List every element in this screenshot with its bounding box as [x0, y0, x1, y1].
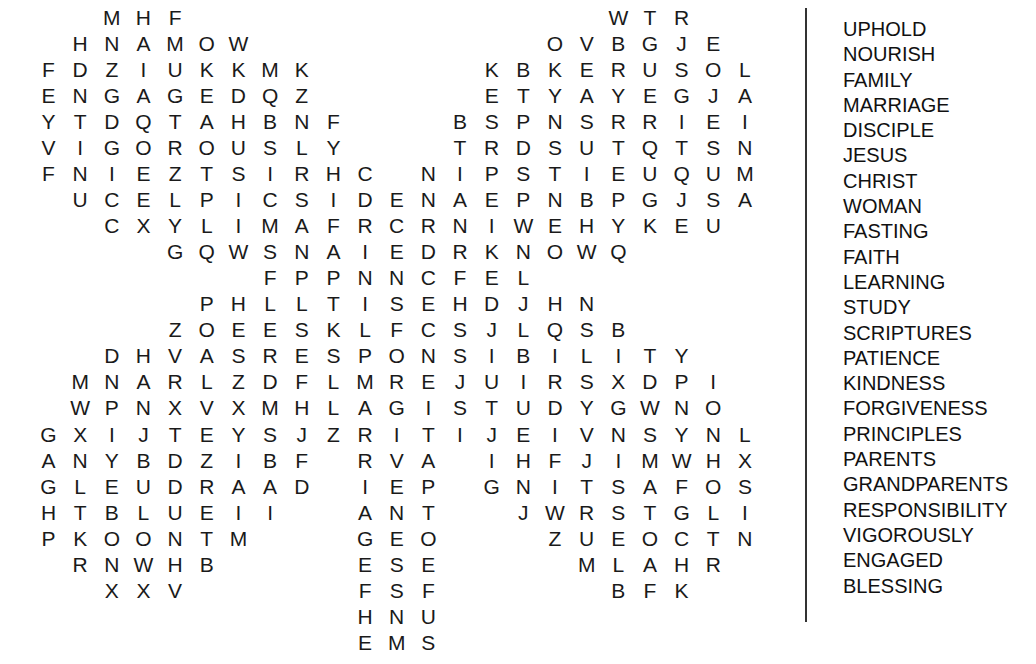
grid-cell[interactable]: D	[476, 291, 508, 317]
grid-cell[interactable]: S	[381, 552, 413, 578]
grid-cell[interactable]: E	[508, 422, 540, 448]
grid-cell[interactable]: A	[191, 109, 223, 135]
grid-cell[interactable]: I	[349, 239, 381, 265]
grid-cell[interactable]: T	[191, 161, 223, 187]
grid-cell[interactable]: F	[286, 448, 318, 474]
grid-cell[interactable]: E	[666, 213, 698, 239]
grid-cell[interactable]: R	[286, 161, 318, 187]
grid-cell[interactable]: V	[191, 395, 223, 421]
grid-cell[interactable]: T	[159, 109, 191, 135]
grid-cell[interactable]: U	[413, 604, 445, 630]
grid-cell[interactable]: S	[444, 395, 476, 421]
grid-cell[interactable]: I	[96, 161, 128, 187]
grid-cell[interactable]: W	[508, 213, 540, 239]
grid-cell[interactable]: T	[508, 83, 540, 109]
grid-cell[interactable]: S	[476, 109, 508, 135]
grid-cell[interactable]: I	[413, 395, 445, 421]
grid-cell[interactable]: T	[64, 500, 96, 526]
grid-cell[interactable]: D	[159, 448, 191, 474]
grid-cell[interactable]: Y	[666, 422, 698, 448]
grid-cell[interactable]: B	[254, 109, 286, 135]
grid-cell[interactable]: S	[571, 369, 603, 395]
grid-cell[interactable]: A	[128, 31, 160, 57]
grid-cell[interactable]: V	[381, 448, 413, 474]
grid-cell[interactable]: R	[64, 552, 96, 578]
grid-cell[interactable]: M	[254, 395, 286, 421]
grid-cell[interactable]: C	[96, 213, 128, 239]
grid-cell[interactable]: R	[697, 552, 729, 578]
grid-cell[interactable]: S	[602, 474, 634, 500]
grid-cell[interactable]: A	[571, 83, 603, 109]
grid-cell[interactable]: S	[381, 291, 413, 317]
grid-cell[interactable]: R	[349, 213, 381, 239]
grid-cell[interactable]: J	[571, 448, 603, 474]
grid-cell[interactable]: S	[286, 187, 318, 213]
grid-cell[interactable]: X	[128, 578, 160, 604]
grid-cell[interactable]: E	[476, 187, 508, 213]
grid-cell[interactable]: L	[729, 422, 761, 448]
grid-cell[interactable]: F	[349, 578, 381, 604]
grid-cell[interactable]: T	[634, 343, 666, 369]
grid-cell[interactable]: U	[571, 135, 603, 161]
grid-cell[interactable]: Z	[223, 369, 255, 395]
grid-cell[interactable]: F	[33, 161, 65, 187]
grid-cell[interactable]: H	[318, 161, 350, 187]
grid-cell[interactable]: W	[539, 500, 571, 526]
grid-cell[interactable]: I	[96, 422, 128, 448]
grid-cell[interactable]: A	[286, 213, 318, 239]
grid-cell[interactable]: I	[539, 422, 571, 448]
grid-cell[interactable]: N	[413, 161, 445, 187]
grid-cell[interactable]: Y	[33, 109, 65, 135]
grid-cell[interactable]: S	[254, 422, 286, 448]
grid-cell[interactable]: S	[539, 135, 571, 161]
grid-cell[interactable]: U	[508, 395, 540, 421]
grid-cell[interactable]: A	[318, 239, 350, 265]
grid-cell[interactable]: U	[697, 213, 729, 239]
grid-cell[interactable]: I	[539, 474, 571, 500]
grid-cell[interactable]: S	[254, 135, 286, 161]
grid-cell[interactable]: Y	[539, 83, 571, 109]
grid-cell[interactable]: E	[697, 31, 729, 57]
grid-cell[interactable]: J	[476, 317, 508, 343]
grid-cell[interactable]: E	[349, 630, 381, 656]
grid-cell[interactable]: V	[159, 578, 191, 604]
grid-cell[interactable]: R	[476, 135, 508, 161]
grid-cell[interactable]: K	[64, 526, 96, 552]
grid-cell[interactable]: J	[128, 422, 160, 448]
grid-cell[interactable]: A	[729, 187, 761, 213]
grid-cell[interactable]: D	[349, 187, 381, 213]
grid-cell[interactable]: J	[697, 83, 729, 109]
grid-cell[interactable]: J	[476, 422, 508, 448]
grid-cell[interactable]: N	[413, 343, 445, 369]
grid-cell[interactable]: D	[223, 83, 255, 109]
grid-cell[interactable]: I	[349, 474, 381, 500]
grid-cell[interactable]: C	[666, 526, 698, 552]
grid-cell[interactable]: K	[286, 57, 318, 83]
grid-cell[interactable]: B	[571, 187, 603, 213]
grid-cell[interactable]: Z	[539, 526, 571, 552]
grid-cell[interactable]: Q	[254, 83, 286, 109]
grid-cell[interactable]: E	[571, 57, 603, 83]
grid-cell[interactable]: H	[444, 291, 476, 317]
grid-cell[interactable]: I	[476, 448, 508, 474]
grid-cell[interactable]: E	[381, 239, 413, 265]
grid-cell[interactable]: Z	[318, 422, 350, 448]
grid-cell[interactable]: S	[697, 135, 729, 161]
grid-cell[interactable]: L	[697, 500, 729, 526]
grid-cell[interactable]: G	[381, 395, 413, 421]
grid-cell[interactable]: G	[476, 474, 508, 500]
grid-cell[interactable]: R	[444, 239, 476, 265]
grid-cell[interactable]: E	[381, 474, 413, 500]
grid-cell[interactable]: F	[634, 578, 666, 604]
grid-cell[interactable]: D	[64, 57, 96, 83]
grid-cell[interactable]: W	[571, 239, 603, 265]
grid-cell[interactable]: D	[254, 369, 286, 395]
grid-cell[interactable]: U	[128, 474, 160, 500]
grid-cell[interactable]: I	[223, 213, 255, 239]
grid-cell[interactable]: K	[476, 239, 508, 265]
grid-cell[interactable]: X	[729, 448, 761, 474]
grid-cell[interactable]: M	[64, 369, 96, 395]
grid-cell[interactable]: Z	[159, 317, 191, 343]
grid-cell[interactable]: N	[159, 526, 191, 552]
grid-cell[interactable]: L	[602, 552, 634, 578]
grid-cell[interactable]: M	[381, 630, 413, 656]
grid-cell[interactable]: J	[508, 500, 540, 526]
grid-cell[interactable]: T	[571, 474, 603, 500]
grid-cell[interactable]: L	[571, 343, 603, 369]
grid-cell[interactable]: G	[33, 474, 65, 500]
grid-cell[interactable]: S	[223, 343, 255, 369]
grid-cell[interactable]: S	[634, 422, 666, 448]
grid-cell[interactable]: G	[666, 83, 698, 109]
grid-cell[interactable]: G	[634, 187, 666, 213]
grid-cell[interactable]: O	[191, 31, 223, 57]
grid-cell[interactable]: E	[349, 552, 381, 578]
grid-cell[interactable]: E	[602, 161, 634, 187]
grid-cell[interactable]: G	[33, 422, 65, 448]
grid-cell[interactable]: N	[381, 500, 413, 526]
grid-cell[interactable]: D	[286, 474, 318, 500]
grid-cell[interactable]: L	[508, 265, 540, 291]
grid-cell[interactable]: N	[286, 109, 318, 135]
grid-cell[interactable]: H	[128, 5, 160, 31]
grid-cell[interactable]: T	[64, 109, 96, 135]
grid-cell[interactable]: N	[286, 239, 318, 265]
grid-cell[interactable]: A	[349, 500, 381, 526]
grid-cell[interactable]: Z	[96, 57, 128, 83]
grid-cell[interactable]: R	[539, 369, 571, 395]
grid-cell[interactable]: C	[413, 265, 445, 291]
grid-cell[interactable]: Z	[159, 161, 191, 187]
grid-cell[interactable]: O	[697, 395, 729, 421]
grid-cell[interactable]: W	[223, 239, 255, 265]
grid-cell[interactable]: J	[666, 187, 698, 213]
grid-cell[interactable]: P	[191, 291, 223, 317]
grid-cell[interactable]: V	[159, 343, 191, 369]
grid-cell[interactable]: X	[96, 578, 128, 604]
grid-cell[interactable]: N	[729, 135, 761, 161]
grid-cell[interactable]: B	[602, 578, 634, 604]
grid-cell[interactable]: L	[318, 369, 350, 395]
grid-cell[interactable]: O	[634, 526, 666, 552]
grid-cell[interactable]: P	[602, 187, 634, 213]
grid-cell[interactable]: S	[286, 317, 318, 343]
grid-cell[interactable]: P	[33, 526, 65, 552]
grid-cell[interactable]: E	[413, 552, 445, 578]
grid-cell[interactable]: L	[286, 135, 318, 161]
grid-cell[interactable]: Y	[602, 213, 634, 239]
grid-cell[interactable]: I	[223, 500, 255, 526]
grid-cell[interactable]: S	[729, 474, 761, 500]
grid-cell[interactable]: E	[697, 109, 729, 135]
grid-cell[interactable]: O	[381, 343, 413, 369]
grid-cell[interactable]: T	[634, 500, 666, 526]
grid-cell[interactable]: O	[191, 135, 223, 161]
grid-cell[interactable]: V	[571, 31, 603, 57]
grid-cell[interactable]: G	[96, 83, 128, 109]
grid-cell[interactable]: Q	[128, 109, 160, 135]
grid-cell[interactable]: S	[223, 161, 255, 187]
grid-cell[interactable]: J	[444, 369, 476, 395]
grid-cell[interactable]: N	[64, 161, 96, 187]
grid-cell[interactable]: Q	[539, 317, 571, 343]
grid-cell[interactable]: E	[223, 317, 255, 343]
grid-cell[interactable]: E	[128, 161, 160, 187]
grid-cell[interactable]: T	[666, 135, 698, 161]
grid-cell[interactable]: S	[508, 161, 540, 187]
grid-cell[interactable]: D	[413, 239, 445, 265]
grid-cell[interactable]: L	[349, 317, 381, 343]
grid-cell[interactable]: X	[128, 213, 160, 239]
grid-cell[interactable]: M	[729, 161, 761, 187]
grid-cell[interactable]: Y	[571, 395, 603, 421]
grid-cell[interactable]: E	[539, 213, 571, 239]
grid-cell[interactable]: N	[508, 239, 540, 265]
grid-cell[interactable]: L	[318, 395, 350, 421]
grid-cell[interactable]: N	[349, 265, 381, 291]
grid-cell[interactable]: C	[349, 161, 381, 187]
grid-cell[interactable]: I	[128, 57, 160, 83]
grid-cell[interactable]: R	[666, 5, 698, 31]
grid-cell[interactable]: P	[286, 265, 318, 291]
grid-cell[interactable]: I	[223, 187, 255, 213]
grid-cell[interactable]: W	[223, 31, 255, 57]
grid-cell[interactable]: E	[381, 526, 413, 552]
grid-cell[interactable]: F	[381, 317, 413, 343]
grid-cell[interactable]: E	[602, 526, 634, 552]
grid-cell[interactable]: I	[318, 187, 350, 213]
grid-cell[interactable]: I	[381, 422, 413, 448]
grid-cell[interactable]: H	[223, 109, 255, 135]
grid-cell[interactable]: T	[318, 291, 350, 317]
grid-cell[interactable]: G	[159, 83, 191, 109]
grid-cell[interactable]: B	[128, 448, 160, 474]
grid-cell[interactable]: N	[413, 187, 445, 213]
grid-cell[interactable]: J	[508, 291, 540, 317]
grid-cell[interactable]: P	[413, 474, 445, 500]
grid-cell[interactable]: X	[223, 395, 255, 421]
grid-cell[interactable]: N	[666, 395, 698, 421]
grid-cell[interactable]: L	[191, 213, 223, 239]
grid-cell[interactable]: I	[223, 448, 255, 474]
grid-cell[interactable]: U	[159, 57, 191, 83]
grid-cell[interactable]: I	[729, 500, 761, 526]
grid-cell[interactable]: P	[666, 369, 698, 395]
grid-cell[interactable]: E	[381, 187, 413, 213]
grid-cell[interactable]: P	[476, 161, 508, 187]
grid-cell[interactable]: N	[539, 109, 571, 135]
grid-cell[interactable]: N	[96, 369, 128, 395]
grid-cell[interactable]: I	[666, 109, 698, 135]
grid-cell[interactable]: M	[349, 369, 381, 395]
grid-cell[interactable]: W	[602, 5, 634, 31]
grid-cell[interactable]: T	[634, 5, 666, 31]
grid-cell[interactable]: F	[159, 5, 191, 31]
grid-cell[interactable]: P	[96, 395, 128, 421]
grid-cell[interactable]: E	[476, 83, 508, 109]
grid-cell[interactable]: I	[602, 343, 634, 369]
grid-cell[interactable]: H	[666, 552, 698, 578]
grid-cell[interactable]: R	[191, 474, 223, 500]
grid-cell[interactable]: G	[634, 31, 666, 57]
grid-cell[interactable]: T	[697, 526, 729, 552]
grid-cell[interactable]: K	[666, 578, 698, 604]
grid-cell[interactable]: P	[349, 343, 381, 369]
grid-cell[interactable]: H	[64, 31, 96, 57]
grid-cell[interactable]: R	[349, 448, 381, 474]
grid-cell[interactable]: Y	[159, 213, 191, 239]
grid-cell[interactable]: O	[128, 526, 160, 552]
grid-cell[interactable]: A	[128, 83, 160, 109]
grid-cell[interactable]: K	[223, 57, 255, 83]
grid-cell[interactable]: O	[539, 31, 571, 57]
grid-cell[interactable]: S	[571, 109, 603, 135]
grid-cell[interactable]: K	[476, 57, 508, 83]
grid-cell[interactable]: N	[64, 83, 96, 109]
grid-cell[interactable]: B	[508, 343, 540, 369]
grid-cell[interactable]: K	[318, 317, 350, 343]
grid-cell[interactable]: O	[697, 57, 729, 83]
grid-cell[interactable]: B	[96, 500, 128, 526]
grid-cell[interactable]: L	[286, 291, 318, 317]
grid-cell[interactable]: C	[254, 187, 286, 213]
grid-cell[interactable]: P	[191, 187, 223, 213]
grid-cell[interactable]: D	[96, 109, 128, 135]
grid-cell[interactable]: N	[444, 213, 476, 239]
grid-cell[interactable]: I	[64, 135, 96, 161]
grid-cell[interactable]: W	[64, 395, 96, 421]
grid-cell[interactable]: N	[508, 474, 540, 500]
grid-cell[interactable]: R	[159, 369, 191, 395]
grid-cell[interactable]: F	[444, 265, 476, 291]
grid-cell[interactable]: X	[64, 422, 96, 448]
grid-cell[interactable]: Y	[602, 83, 634, 109]
grid-cell[interactable]: S	[413, 630, 445, 656]
grid-cell[interactable]: A	[413, 448, 445, 474]
grid-cell[interactable]: A	[191, 343, 223, 369]
grid-cell[interactable]: K	[191, 57, 223, 83]
grid-cell[interactable]: W	[128, 552, 160, 578]
grid-cell[interactable]: N	[381, 604, 413, 630]
grid-cell[interactable]: W	[634, 395, 666, 421]
grid-cell[interactable]: N	[64, 448, 96, 474]
grid-cell[interactable]: F	[539, 448, 571, 474]
grid-cell[interactable]: U	[571, 526, 603, 552]
grid-cell[interactable]: P	[508, 187, 540, 213]
grid-cell[interactable]: M	[96, 5, 128, 31]
grid-cell[interactable]: B	[254, 448, 286, 474]
grid-cell[interactable]: B	[191, 552, 223, 578]
grid-cell[interactable]: S	[444, 317, 476, 343]
grid-cell[interactable]: R	[571, 500, 603, 526]
grid-cell[interactable]: U	[159, 500, 191, 526]
grid-cell[interactable]: B	[444, 109, 476, 135]
grid-cell[interactable]: H	[508, 448, 540, 474]
grid-cell[interactable]: O	[413, 526, 445, 552]
grid-cell[interactable]: T	[444, 135, 476, 161]
grid-cell[interactable]: H	[697, 448, 729, 474]
grid-cell[interactable]: C	[381, 213, 413, 239]
grid-cell[interactable]: T	[159, 422, 191, 448]
grid-cell[interactable]: I	[508, 369, 540, 395]
grid-cell[interactable]: D	[634, 369, 666, 395]
grid-cell[interactable]: N	[381, 265, 413, 291]
grid-cell[interactable]: H	[539, 291, 571, 317]
grid-cell[interactable]: J	[286, 422, 318, 448]
grid-cell[interactable]: N	[96, 31, 128, 57]
grid-cell[interactable]: E	[191, 422, 223, 448]
grid-cell[interactable]: G	[602, 395, 634, 421]
grid-cell[interactable]: F	[318, 109, 350, 135]
grid-cell[interactable]: F	[286, 369, 318, 395]
grid-cell[interactable]: O	[128, 135, 160, 161]
grid-cell[interactable]: O	[697, 474, 729, 500]
grid-cell[interactable]: A	[729, 83, 761, 109]
grid-cell[interactable]: U	[223, 135, 255, 161]
grid-cell[interactable]: H	[571, 213, 603, 239]
grid-cell[interactable]: M	[634, 448, 666, 474]
grid-cell[interactable]: D	[508, 135, 540, 161]
grid-cell[interactable]: R	[602, 57, 634, 83]
grid-cell[interactable]: F	[413, 578, 445, 604]
grid-cell[interactable]: D	[96, 343, 128, 369]
grid-cell[interactable]: E	[128, 187, 160, 213]
grid-cell[interactable]: A	[254, 474, 286, 500]
grid-cell[interactable]: B	[602, 31, 634, 57]
grid-cell[interactable]: L	[159, 187, 191, 213]
grid-cell[interactable]: I	[602, 448, 634, 474]
grid-cell[interactable]: L	[64, 474, 96, 500]
grid-cell[interactable]: V	[33, 135, 65, 161]
grid-cell[interactable]: R	[254, 343, 286, 369]
grid-cell[interactable]: I	[539, 343, 571, 369]
grid-cell[interactable]: Y	[223, 422, 255, 448]
grid-cell[interactable]: U	[64, 187, 96, 213]
grid-cell[interactable]: X	[602, 369, 634, 395]
grid-cell[interactable]: Q	[666, 161, 698, 187]
grid-cell[interactable]: U	[634, 57, 666, 83]
grid-cell[interactable]: H	[223, 291, 255, 317]
grid-cell[interactable]: Y	[96, 448, 128, 474]
grid-cell[interactable]: C	[96, 187, 128, 213]
grid-cell[interactable]: M	[159, 31, 191, 57]
grid-cell[interactable]: A	[444, 187, 476, 213]
grid-cell[interactable]: A	[223, 474, 255, 500]
